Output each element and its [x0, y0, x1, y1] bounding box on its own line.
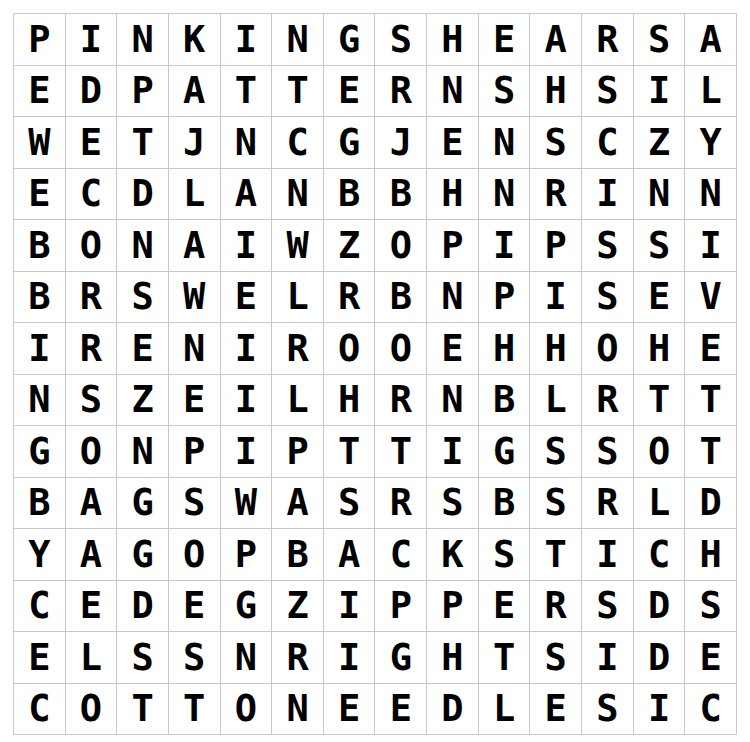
grid-cell[interactable]: S: [427, 478, 478, 529]
grid-cell[interactable]: D: [117, 581, 168, 632]
grid-cell[interactable]: N: [427, 66, 478, 117]
grid-cell[interactable]: P: [221, 529, 272, 580]
grid-cell[interactable]: T: [272, 66, 323, 117]
grid-cell[interactable]: L: [66, 632, 117, 683]
grid-cell[interactable]: T: [324, 426, 375, 477]
grid-cell[interactable]: H: [685, 529, 736, 580]
grid-cell[interactable]: Z: [634, 117, 685, 168]
grid-cell[interactable]: G: [117, 529, 168, 580]
grid-cell[interactable]: C: [685, 684, 736, 735]
grid-cell[interactable]: A: [221, 169, 272, 220]
grid-cell[interactable]: S: [685, 581, 736, 632]
grid-cell[interactable]: J: [375, 117, 426, 168]
grid-cell[interactable]: T: [530, 529, 581, 580]
grid-cell[interactable]: E: [14, 169, 65, 220]
grid-cell[interactable]: T: [375, 426, 426, 477]
grid-cell[interactable]: O: [375, 220, 426, 271]
grid-cell[interactable]: L: [169, 169, 220, 220]
grid-cell[interactable]: C: [634, 529, 685, 580]
grid-cell[interactable]: H: [427, 169, 478, 220]
grid-cell[interactable]: H: [427, 14, 478, 65]
grid-cell[interactable]: B: [14, 220, 65, 271]
grid-cell[interactable]: V: [685, 272, 736, 323]
grid-cell[interactable]: W: [14, 117, 65, 168]
grid-cell[interactable]: E: [375, 684, 426, 735]
grid-cell[interactable]: R: [324, 272, 375, 323]
grid-cell[interactable]: S: [634, 220, 685, 271]
grid-cell[interactable]: S: [634, 14, 685, 65]
grid-cell[interactable]: S: [582, 66, 633, 117]
grid-cell[interactable]: R: [582, 14, 633, 65]
grid-cell[interactable]: G: [117, 478, 168, 529]
grid-cell[interactable]: N: [117, 14, 168, 65]
grid-cell[interactable]: B: [14, 272, 65, 323]
grid-cell[interactable]: P: [427, 220, 478, 271]
grid-cell[interactable]: A: [530, 14, 581, 65]
grid-cell[interactable]: T: [634, 375, 685, 426]
grid-cell[interactable]: W: [272, 220, 323, 271]
grid-cell[interactable]: T: [221, 66, 272, 117]
grid-cell[interactable]: W: [221, 478, 272, 529]
grid-cell[interactable]: J: [169, 117, 220, 168]
grid-cell[interactable]: I: [427, 426, 478, 477]
grid-cell[interactable]: L: [530, 375, 581, 426]
grid-cell[interactable]: P: [169, 426, 220, 477]
grid-cell[interactable]: S: [117, 632, 168, 683]
grid-cell[interactable]: I: [221, 220, 272, 271]
grid-cell[interactable]: S: [479, 66, 530, 117]
grid-cell[interactable]: S: [169, 478, 220, 529]
grid-cell[interactable]: N: [685, 169, 736, 220]
grid-cell[interactable]: I: [221, 323, 272, 374]
grid-cell[interactable]: S: [582, 684, 633, 735]
grid-cell[interactable]: E: [169, 375, 220, 426]
grid-cell[interactable]: N: [221, 117, 272, 168]
grid-cell[interactable]: R: [272, 632, 323, 683]
grid-cell[interactable]: D: [66, 66, 117, 117]
grid-cell[interactable]: G: [324, 117, 375, 168]
grid-cell[interactable]: R: [582, 375, 633, 426]
grid-cell[interactable]: I: [14, 323, 65, 374]
word-search-board: PINKINGSHEARSAEDPATTERNSHSILWETJNCGJENSC…: [13, 13, 737, 735]
grid-cell[interactable]: E: [169, 581, 220, 632]
grid-cell[interactable]: A: [169, 66, 220, 117]
grid-cell[interactable]: G: [221, 581, 272, 632]
grid-cell[interactable]: H: [530, 323, 581, 374]
grid-cell[interactable]: G: [324, 14, 375, 65]
grid-cell[interactable]: S: [479, 529, 530, 580]
grid-cell[interactable]: I: [324, 581, 375, 632]
grid-cell[interactable]: I: [479, 220, 530, 271]
grid-cell[interactable]: I: [221, 375, 272, 426]
grid-cell[interactable]: S: [66, 375, 117, 426]
grid-cell[interactable]: O: [634, 426, 685, 477]
grid-cell[interactable]: I: [582, 529, 633, 580]
grid-cell[interactable]: A: [272, 478, 323, 529]
grid-cell[interactable]: C: [582, 117, 633, 168]
grid-cell[interactable]: A: [169, 220, 220, 271]
grid-cell[interactable]: G: [14, 426, 65, 477]
grid-cell[interactable]: E: [427, 117, 478, 168]
grid-cell[interactable]: N: [272, 169, 323, 220]
grid-cell[interactable]: L: [634, 478, 685, 529]
grid-cell[interactable]: D: [685, 478, 736, 529]
grid-cell[interactable]: S: [582, 581, 633, 632]
grid-cell[interactable]: G: [479, 426, 530, 477]
grid-cell[interactable]: P: [272, 426, 323, 477]
grid-cell[interactable]: S: [582, 426, 633, 477]
grid-cell[interactable]: N: [272, 14, 323, 65]
grid-cell[interactable]: K: [427, 529, 478, 580]
grid-cell[interactable]: R: [530, 169, 581, 220]
grid-cell[interactable]: E: [117, 323, 168, 374]
grid-cell[interactable]: I: [530, 272, 581, 323]
grid-cell[interactable]: D: [634, 632, 685, 683]
grid-cell[interactable]: N: [169, 323, 220, 374]
grid-cell[interactable]: C: [375, 529, 426, 580]
grid-cell[interactable]: E: [479, 14, 530, 65]
grid-cell[interactable]: T: [685, 375, 736, 426]
grid-cell[interactable]: H: [479, 323, 530, 374]
grid-cell[interactable]: R: [582, 478, 633, 529]
grid-cell[interactable]: E: [530, 684, 581, 735]
grid-cell[interactable]: P: [14, 14, 65, 65]
grid-cell[interactable]: Y: [685, 117, 736, 168]
grid-cell[interactable]: C: [66, 169, 117, 220]
grid-cell[interactable]: E: [14, 66, 65, 117]
grid-cell[interactable]: S: [530, 478, 581, 529]
grid-cell[interactable]: L: [272, 375, 323, 426]
grid-cell[interactable]: R: [66, 323, 117, 374]
grid-cell[interactable]: W: [169, 272, 220, 323]
grid-cell[interactable]: K: [169, 14, 220, 65]
grid-cell[interactable]: T: [479, 632, 530, 683]
grid-cell[interactable]: R: [375, 66, 426, 117]
grid-cell[interactable]: N: [427, 272, 478, 323]
grid-cell[interactable]: N: [479, 169, 530, 220]
grid-cell[interactable]: P: [479, 272, 530, 323]
grid-cell[interactable]: P: [530, 220, 581, 271]
grid-cell[interactable]: E: [479, 581, 530, 632]
grid-cell[interactable]: I: [221, 426, 272, 477]
grid-cell[interactable]: O: [66, 220, 117, 271]
grid-cell[interactable]: O: [324, 323, 375, 374]
grid-cell[interactable]: R: [375, 375, 426, 426]
grid-cell[interactable]: T: [117, 117, 168, 168]
grid-cell[interactable]: E: [685, 323, 736, 374]
grid-cell[interactable]: E: [66, 117, 117, 168]
grid-cell[interactable]: E: [324, 684, 375, 735]
grid-cell[interactable]: S: [169, 632, 220, 683]
grid-cell[interactable]: I: [634, 66, 685, 117]
grid-cell[interactable]: R: [66, 272, 117, 323]
grid-cell[interactable]: N: [272, 684, 323, 735]
grid-cell[interactable]: N: [634, 169, 685, 220]
grid-cell[interactable]: S: [582, 272, 633, 323]
grid-cell[interactable]: B: [479, 375, 530, 426]
grid-cell[interactable]: E: [221, 272, 272, 323]
grid-cell[interactable]: D: [427, 684, 478, 735]
grid-cell[interactable]: B: [375, 272, 426, 323]
grid-cell[interactable]: G: [375, 632, 426, 683]
grid-cell[interactable]: S: [324, 478, 375, 529]
grid-cell[interactable]: A: [66, 478, 117, 529]
grid-cell[interactable]: I: [324, 632, 375, 683]
grid-cell[interactable]: A: [66, 529, 117, 580]
grid-cell[interactable]: O: [375, 323, 426, 374]
grid-cell[interactable]: A: [324, 529, 375, 580]
grid-cell[interactable]: B: [272, 529, 323, 580]
grid-cell[interactable]: Z: [272, 581, 323, 632]
grid-cell[interactable]: H: [324, 375, 375, 426]
grid-cell[interactable]: S: [582, 220, 633, 271]
grid-cell[interactable]: S: [530, 117, 581, 168]
grid-cell[interactable]: I: [582, 632, 633, 683]
grid-cell[interactable]: A: [685, 14, 736, 65]
grid-cell[interactable]: P: [117, 66, 168, 117]
grid-cell[interactable]: Z: [324, 220, 375, 271]
grid-cell[interactable]: H: [530, 66, 581, 117]
grid-cell[interactable]: S: [530, 632, 581, 683]
grid-cell[interactable]: L: [272, 272, 323, 323]
grid-cell[interactable]: Z: [117, 375, 168, 426]
grid-cell[interactable]: N: [221, 632, 272, 683]
grid-cell[interactable]: O: [66, 684, 117, 735]
grid-cell[interactable]: H: [427, 632, 478, 683]
grid-cell[interactable]: N: [117, 426, 168, 477]
grid-cell[interactable]: E: [685, 632, 736, 683]
grid-cell[interactable]: E: [66, 581, 117, 632]
grid-cell[interactable]: O: [169, 529, 220, 580]
grid-cell[interactable]: B: [375, 169, 426, 220]
grid-cell[interactable]: R: [530, 581, 581, 632]
grid-cell[interactable]: C: [14, 581, 65, 632]
grid-cell[interactable]: E: [324, 66, 375, 117]
grid-cell[interactable]: N: [117, 220, 168, 271]
grid-cell[interactable]: C: [14, 684, 65, 735]
grid-cell[interactable]: R: [272, 323, 323, 374]
grid-cell[interactable]: I: [66, 14, 117, 65]
grid-cell[interactable]: C: [272, 117, 323, 168]
grid-cell[interactable]: E: [634, 272, 685, 323]
grid-cell[interactable]: P: [375, 581, 426, 632]
grid-cell[interactable]: S: [117, 272, 168, 323]
grid-cell[interactable]: I: [221, 14, 272, 65]
grid-cell[interactable]: P: [427, 581, 478, 632]
grid-cell[interactable]: Y: [14, 529, 65, 580]
grid-cell[interactable]: R: [375, 478, 426, 529]
grid-cell[interactable]: E: [427, 323, 478, 374]
grid-cell[interactable]: N: [14, 375, 65, 426]
grid-cell[interactable]: B: [479, 478, 530, 529]
grid-cell[interactable]: T: [169, 684, 220, 735]
grid-cell[interactable]: S: [375, 14, 426, 65]
grid-cell[interactable]: T: [685, 426, 736, 477]
grid-cell[interactable]: N: [427, 375, 478, 426]
grid-cell[interactable]: D: [634, 581, 685, 632]
grid-cell[interactable]: O: [582, 323, 633, 374]
grid-cell[interactable]: I: [685, 220, 736, 271]
grid-cell[interactable]: O: [66, 426, 117, 477]
grid-cell[interactable]: I: [582, 169, 633, 220]
grid-cell[interactable]: B: [14, 478, 65, 529]
grid-cell[interactable]: T: [117, 684, 168, 735]
grid-cell[interactable]: H: [634, 323, 685, 374]
grid-cell[interactable]: N: [479, 117, 530, 168]
grid-cell[interactable]: E: [14, 632, 65, 683]
grid-cell[interactable]: L: [685, 66, 736, 117]
grid-cell[interactable]: S: [530, 426, 581, 477]
grid-cell[interactable]: L: [479, 684, 530, 735]
grid-cell[interactable]: B: [324, 169, 375, 220]
grid-cell[interactable]: D: [117, 169, 168, 220]
grid-cell[interactable]: O: [221, 684, 272, 735]
grid-cell[interactable]: I: [634, 684, 685, 735]
